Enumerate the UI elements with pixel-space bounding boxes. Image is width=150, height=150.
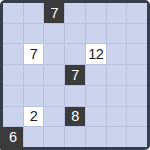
cell-r7c6[interactable] [107,127,127,147]
cell-r2c3[interactable] [44,24,64,44]
cell-r6c6[interactable] [107,107,127,127]
cell-r6c3[interactable] [44,107,64,127]
cell-r4c5[interactable] [86,65,106,85]
cell-r7c4[interactable] [65,127,85,147]
cell-r5c3[interactable] [44,86,64,106]
cell-r5c6[interactable] [107,86,127,106]
cell-r2c5[interactable] [86,24,106,44]
cell-r3c4[interactable] [65,44,85,64]
cell-r5c5[interactable] [86,86,106,106]
cell-r5c1[interactable] [3,86,23,106]
cell-r7c1[interactable]: 6 [3,127,23,147]
cell-r6c2[interactable]: 2 [24,107,44,127]
cell-r1c6[interactable] [107,3,127,23]
cell-r1c5[interactable] [86,3,106,23]
cell-r1c4[interactable] [65,3,85,23]
cell-r7c3[interactable] [44,127,64,147]
cell-r6c1[interactable] [3,107,23,127]
cell-r6c4[interactable]: 8 [65,107,85,127]
cell-r3c5[interactable]: 12 [86,44,106,64]
clue-number: 7 [30,47,38,62]
cell-r3c1[interactable] [3,44,23,64]
cell-r3c2[interactable]: 7 [24,44,44,64]
cell-r3c7[interactable] [127,44,147,64]
cell-r4c7[interactable] [127,65,147,85]
cell-r2c7[interactable] [127,24,147,44]
cell-r3c3[interactable] [44,44,64,64]
clue-number: 7 [50,6,58,21]
clue-number: 7 [71,68,79,83]
cell-r5c2[interactable] [24,86,44,106]
cell-r5c4[interactable] [65,86,85,106]
puzzle-board: 77127286 [0,0,150,150]
clue-number: 12 [88,47,103,62]
cell-r2c6[interactable] [107,24,127,44]
cell-r4c3[interactable] [44,65,64,85]
cell-r7c5[interactable] [86,127,106,147]
cell-r4c1[interactable] [3,65,23,85]
cell-r5c7[interactable] [127,86,147,106]
cell-r1c3[interactable]: 7 [44,3,64,23]
cell-r2c1[interactable] [3,24,23,44]
cell-r7c2[interactable] [24,127,44,147]
cell-r7c7[interactable] [127,127,147,147]
cell-r1c1[interactable] [3,3,23,23]
clue-number: 2 [30,109,38,124]
cell-r4c4[interactable]: 7 [65,65,85,85]
cell-r2c2[interactable] [24,24,44,44]
cell-r3c6[interactable] [107,44,127,64]
cell-r4c6[interactable] [107,65,127,85]
clue-number: 6 [9,130,17,145]
cell-r1c7[interactable] [127,3,147,23]
cell-r1c2[interactable] [24,3,44,23]
cell-r6c7[interactable] [127,107,147,127]
cell-r6c5[interactable] [86,107,106,127]
mosaic-grid: 77127286 [3,3,147,147]
clue-number: 8 [71,109,79,124]
cell-r2c4[interactable] [65,24,85,44]
cell-r4c2[interactable] [24,65,44,85]
